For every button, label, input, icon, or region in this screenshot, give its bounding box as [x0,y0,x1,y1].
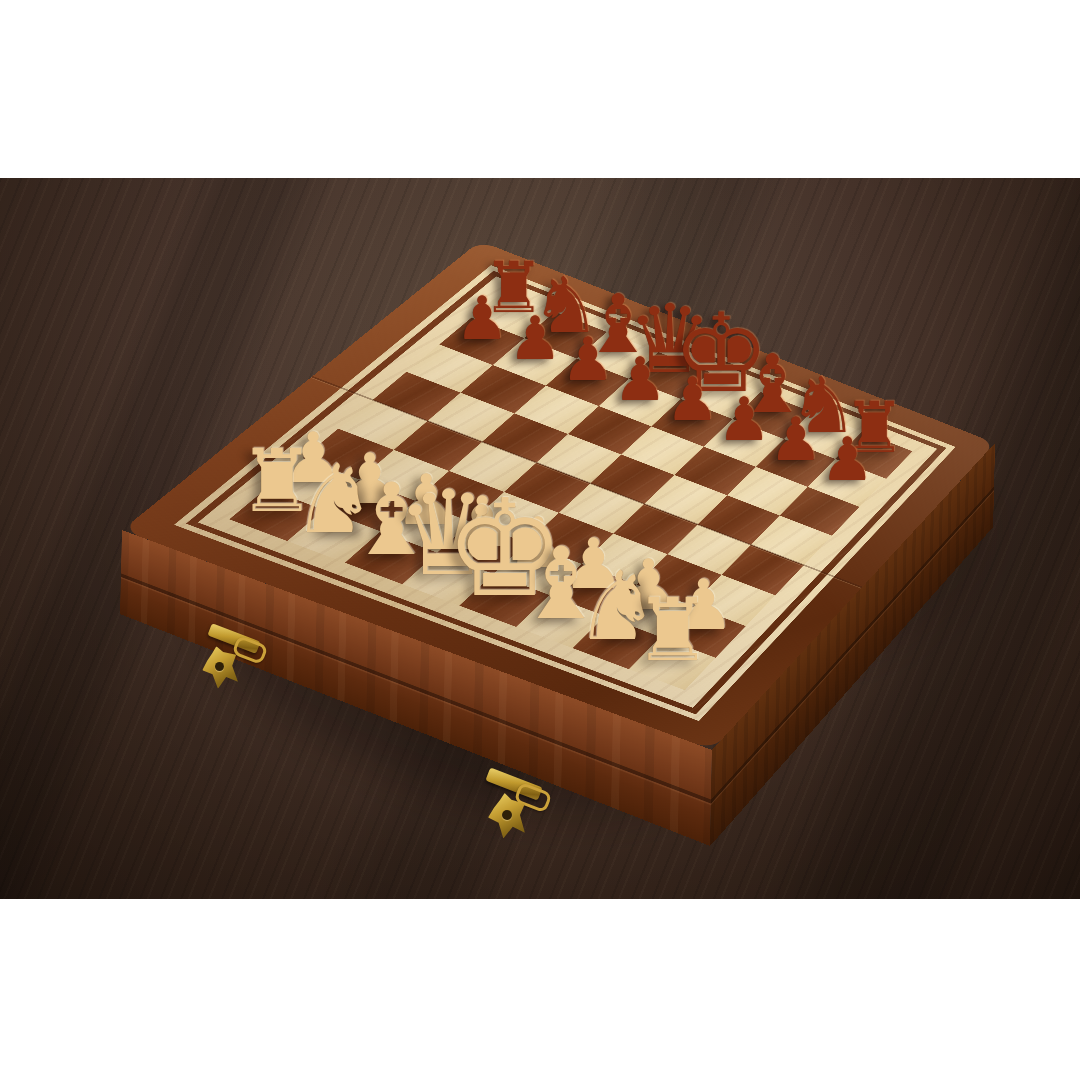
piece-white-rook-h1[interactable]: ♜ [634,587,712,674]
piece-red-pawn-d7[interactable]: ♟ [613,350,667,410]
letterbox-top [0,0,1080,178]
brass-latch-front[interactable] [468,765,568,850]
brass-latch-left[interactable] [196,622,286,702]
piece-red-pawn-b7[interactable]: ♟ [508,309,562,369]
piece-red-pawn-a7[interactable]: ♟ [455,289,509,349]
piece-red-pawn-g7[interactable]: ♟ [769,410,823,470]
latch-hole-icon [502,810,512,820]
latch-hole-icon [215,662,224,671]
piece-red-pawn-e7[interactable]: ♟ [665,370,719,430]
product-photo-stage: ♜♞♝♛♚♝♞♜♟♟♟♟♟♟♟♟♟♟♟♟♟♟♟♟♜♞♝♛♚♝♞♜ [0,0,1080,1080]
piece-red-pawn-h7[interactable]: ♟ [820,430,874,490]
piece-red-pawn-f7[interactable]: ♟ [717,390,771,450]
latch-bail-icon [231,635,268,665]
letterbox-bottom [0,899,1080,1080]
piece-red-pawn-c7[interactable]: ♟ [561,330,615,390]
